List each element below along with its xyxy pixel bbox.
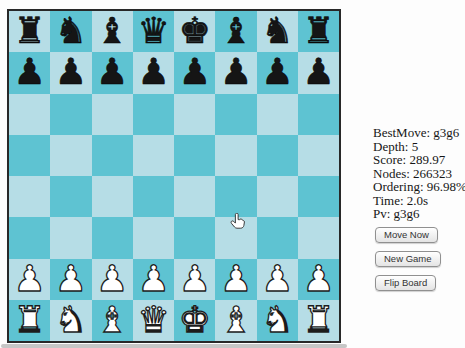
square-h8[interactable]: ♜ [298,11,339,52]
black-pawn: ♟ [14,52,46,92]
square-h4[interactable] [298,176,339,217]
white-knight: ♞ [261,300,293,340]
square-a3[interactable] [9,217,50,258]
control-buttons: Move Now New Game Flip Board [375,227,441,299]
engine-depth: Depth: 5 [373,140,465,154]
square-b8[interactable]: ♞ [50,11,91,52]
black-knight: ♞ [55,11,87,51]
white-rook: ♜ [303,300,335,340]
square-d8[interactable]: ♛ [133,11,174,52]
square-b2[interactable]: ♟ [50,259,91,300]
square-g8[interactable]: ♞ [257,11,298,52]
black-queen: ♛ [137,11,169,51]
square-h3[interactable] [298,217,339,258]
square-c5[interactable] [92,135,133,176]
engine-score: Score: 289.97 [373,153,465,167]
square-g7[interactable]: ♟ [257,52,298,93]
white-pawn: ♟ [179,259,211,299]
engine-nodes: Nodes: 266323 [373,167,465,181]
square-f6[interactable] [215,94,256,135]
black-pawn: ♟ [220,52,252,92]
white-bishop: ♝ [96,300,128,340]
square-g5[interactable] [257,135,298,176]
square-e6[interactable] [174,94,215,135]
square-f2[interactable]: ♟ [215,259,256,300]
black-pawn: ♟ [96,52,128,92]
white-pawn: ♟ [14,259,46,299]
white-pawn: ♟ [303,259,335,299]
move-now-button[interactable]: Move Now [375,227,438,243]
square-c8[interactable]: ♝ [92,11,133,52]
square-e3[interactable] [174,217,215,258]
white-queen: ♛ [137,300,169,340]
square-e8[interactable]: ♚ [174,11,215,52]
white-pawn: ♟ [220,259,252,299]
square-e5[interactable] [174,135,215,176]
square-a7[interactable]: ♟ [9,52,50,93]
square-d4[interactable] [133,176,174,217]
white-pawn: ♟ [137,259,169,299]
black-rook: ♜ [303,11,335,51]
app-window: ♜♞♝♛♚♝♞♜♟♟♟♟♟♟♟♟♟♟♟♟♟♟♟♟♜♞♝♛♚♝♞♜ BestMov… [0,0,465,348]
new-game-button[interactable]: New Game [375,251,441,267]
square-d2[interactable]: ♟ [133,259,174,300]
white-pawn: ♟ [96,259,128,299]
black-pawn: ♟ [261,52,293,92]
window-bottom-edge [1,344,347,348]
engine-time: Time: 2.0s [373,194,465,208]
square-d1[interactable]: ♛ [133,300,174,341]
square-g1[interactable]: ♞ [257,300,298,341]
square-f4[interactable] [215,176,256,217]
white-bishop: ♝ [220,300,252,340]
square-h5[interactable] [298,135,339,176]
black-king: ♚ [179,11,211,51]
square-f3[interactable] [215,217,256,258]
black-rook: ♜ [14,11,46,51]
square-c3[interactable] [92,217,133,258]
square-b6[interactable] [50,94,91,135]
square-h7[interactable]: ♟ [298,52,339,93]
square-g6[interactable] [257,94,298,135]
engine-info-panel: BestMove: g3g6 Depth: 5 Score: 289.97 No… [373,126,465,221]
black-knight: ♞ [261,11,293,51]
square-e7[interactable]: ♟ [174,52,215,93]
black-bishop: ♝ [96,11,128,51]
square-c6[interactable] [92,94,133,135]
white-king: ♚ [179,300,211,340]
square-e2[interactable]: ♟ [174,259,215,300]
square-c7[interactable]: ♟ [92,52,133,93]
square-a8[interactable]: ♜ [9,11,50,52]
square-d7[interactable]: ♟ [133,52,174,93]
square-a5[interactable] [9,135,50,176]
chess-board: ♜♞♝♛♚♝♞♜♟♟♟♟♟♟♟♟♟♟♟♟♟♟♟♟♜♞♝♛♚♝♞♜ [7,9,341,343]
square-h2[interactable]: ♟ [298,259,339,300]
black-bishop: ♝ [220,11,252,51]
square-b7[interactable]: ♟ [50,52,91,93]
black-pawn: ♟ [55,52,87,92]
square-g2[interactable]: ♟ [257,259,298,300]
square-a2[interactable]: ♟ [9,259,50,300]
square-b3[interactable] [50,217,91,258]
square-c2[interactable]: ♟ [92,259,133,300]
white-pawn: ♟ [261,259,293,299]
square-f7[interactable]: ♟ [215,52,256,93]
square-h1[interactable]: ♜ [298,300,339,341]
square-e4[interactable] [174,176,215,217]
black-pawn: ♟ [179,52,211,92]
white-pawn: ♟ [55,259,87,299]
square-c1[interactable]: ♝ [92,300,133,341]
square-h6[interactable] [298,94,339,135]
square-b1[interactable]: ♞ [50,300,91,341]
black-pawn: ♟ [303,52,335,92]
square-f8[interactable]: ♝ [215,11,256,52]
square-d6[interactable] [133,94,174,135]
engine-pv: Pv: g3g6 [373,207,465,221]
square-f5[interactable] [215,135,256,176]
square-d3[interactable] [133,217,174,258]
engine-ordering: Ordering: 96.98% [373,180,465,194]
square-g4[interactable] [257,176,298,217]
square-g3[interactable] [257,217,298,258]
white-rook: ♜ [14,300,46,340]
square-b5[interactable] [50,135,91,176]
square-e1[interactable]: ♚ [174,300,215,341]
square-a4[interactable] [9,176,50,217]
square-b4[interactable] [50,176,91,217]
black-pawn: ♟ [137,52,169,92]
square-a6[interactable] [9,94,50,135]
square-a1[interactable]: ♜ [9,300,50,341]
engine-bestmove: BestMove: g3g6 [373,126,465,140]
flip-board-button[interactable]: Flip Board [375,275,436,291]
white-knight: ♞ [55,300,87,340]
square-f1[interactable]: ♝ [215,300,256,341]
square-c4[interactable] [92,176,133,217]
square-d5[interactable] [133,135,174,176]
